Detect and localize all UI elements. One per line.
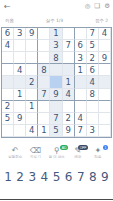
notes-button[interactable]: ✎메모OFF xyxy=(71,145,85,160)
info-bar: 쉬움 실수 1/3 점수 2 xyxy=(0,15,113,25)
numpad-key-4[interactable]: 4 xyxy=(41,171,49,183)
sudoku-cell[interactable]: 1 xyxy=(26,101,38,113)
sudoku-cell[interactable] xyxy=(2,64,14,76)
sudoku-cell[interactable]: 4 xyxy=(14,64,26,76)
sudoku-cell[interactable]: 2 xyxy=(63,113,75,125)
sudoku-cell[interactable]: 4 xyxy=(99,28,111,40)
sudoku-cell[interactable] xyxy=(75,76,87,88)
undo-icon: ↶ xyxy=(12,147,19,155)
sudoku-cell[interactable]: 7 xyxy=(75,125,87,137)
sudoku-cell[interactable]: 7 xyxy=(38,89,50,101)
sudoku-cell[interactable] xyxy=(63,64,75,76)
sudoku-cell[interactable] xyxy=(99,64,111,76)
sudoku-cell[interactable]: 7 xyxy=(87,28,99,40)
sudoku-cell[interactable] xyxy=(38,76,50,88)
sudoku-cell[interactable] xyxy=(26,52,38,64)
one-more-chance-icon: ⚲ xyxy=(54,147,60,155)
numpad-key-1[interactable]: 1 xyxy=(4,171,12,183)
one-more-chance-button[interactable]: ⚲원 더 찬스AD xyxy=(48,145,64,160)
sudoku-cell[interactable] xyxy=(99,89,111,101)
sudoku-cell[interactable] xyxy=(75,28,87,40)
top-bar: ← ◎ ❏ ⚙ xyxy=(0,0,113,13)
sudoku-cell[interactable] xyxy=(75,101,87,113)
sudoku-cell[interactable] xyxy=(50,64,62,76)
hint-label: 힌트 xyxy=(94,156,101,160)
undo-label: 실행취소 xyxy=(8,156,22,160)
sudoku-cell[interactable] xyxy=(14,52,26,64)
sudoku-cell[interactable] xyxy=(38,101,50,113)
sudoku-cell[interactable] xyxy=(26,89,38,101)
number-pad: 123456789 xyxy=(0,169,113,184)
hint-button[interactable]: ✦힌트1 xyxy=(91,145,105,160)
sudoku-cell[interactable]: 8 xyxy=(38,64,50,76)
selected-cell[interactable] xyxy=(50,76,62,88)
sudoku-cell[interactable] xyxy=(14,40,26,52)
sudoku-cell[interactable]: 2 xyxy=(26,76,38,88)
sudoku-cell[interactable] xyxy=(38,28,50,40)
sudoku-cell[interactable]: 7 xyxy=(63,40,75,52)
sudoku-cell[interactable] xyxy=(87,113,99,125)
erase-button[interactable]: ⌫지우기 xyxy=(28,145,42,160)
sudoku-cell[interactable]: 5 xyxy=(2,113,14,125)
sudoku-cell[interactable]: 9 xyxy=(14,113,26,125)
difficulty-label: 쉬움 xyxy=(5,18,14,23)
sudoku-cell[interactable] xyxy=(63,101,75,113)
edit-icon[interactable]: ❏ xyxy=(94,3,100,10)
sudoku-cell[interactable]: 3 xyxy=(50,40,62,52)
sudoku-cell[interactable] xyxy=(2,89,14,101)
erase-icon: ⌫ xyxy=(30,147,41,155)
sudoku-cell[interactable]: 6 xyxy=(87,64,99,76)
sudoku-cell[interactable]: 7 xyxy=(50,113,62,125)
notes-label: 메모 xyxy=(74,156,81,160)
sudoku-cell[interactable]: 5 xyxy=(50,125,62,137)
sudoku-cell[interactable]: 4 xyxy=(2,40,14,52)
sudoku-cell[interactable] xyxy=(63,28,75,40)
back-icon[interactable]: ← xyxy=(4,3,11,11)
sudoku-cell[interactable]: 9 xyxy=(26,28,38,40)
sudoku-cell[interactable]: 4 xyxy=(63,89,75,101)
sudoku-cell[interactable] xyxy=(26,40,38,52)
erase-label: 지우기 xyxy=(30,156,41,160)
toolbar: ↶실행취소⌫지우기⚲원 더 찬스AD✎메모OFF✦힌트1 xyxy=(0,145,113,165)
numpad-key-9[interactable]: 9 xyxy=(101,171,109,183)
sudoku-cell[interactable]: 3 xyxy=(75,52,87,64)
sudoku-cell[interactable]: 5 xyxy=(87,40,99,52)
screen-bottom-edge xyxy=(0,199,113,201)
sudoku-cell[interactable]: 9 xyxy=(50,89,62,101)
palette-icon[interactable]: ◎ xyxy=(85,3,91,10)
mistakes-label: 실수 1/3 xyxy=(46,18,63,23)
sudoku-cell[interactable]: 8 xyxy=(50,52,62,64)
sudoku-cell[interactable]: 3 xyxy=(14,28,26,40)
sudoku-cell[interactable] xyxy=(63,52,75,64)
sudoku-cell[interactable]: 6 xyxy=(2,28,14,40)
sudoku-cell[interactable] xyxy=(99,125,111,137)
sudoku-cell[interactable]: 2 xyxy=(2,101,14,113)
numpad-key-8[interactable]: 8 xyxy=(89,171,97,183)
sudoku-cell[interactable]: 4 xyxy=(75,113,87,125)
hint-icon: ✦ xyxy=(95,147,102,155)
numpad-key-3[interactable]: 3 xyxy=(28,171,36,183)
sudoku-cell[interactable]: 1 xyxy=(14,89,26,101)
sudoku-cell[interactable] xyxy=(14,125,26,137)
sudoku-cell[interactable]: 8 xyxy=(87,89,99,101)
notes-badge: OFF xyxy=(78,145,88,150)
sudoku-cell[interactable]: 9 xyxy=(99,52,111,64)
sudoku-cell[interactable] xyxy=(2,125,14,137)
sudoku-cell[interactable]: 6 xyxy=(75,40,87,52)
numpad-key-5[interactable]: 5 xyxy=(53,171,61,183)
sudoku-cell[interactable] xyxy=(99,40,111,52)
sudoku-cell[interactable] xyxy=(38,52,50,64)
score-label: 점수 2 xyxy=(95,18,108,23)
sudoku-cell[interactable] xyxy=(50,101,62,113)
sudoku-cell[interactable]: 1 xyxy=(50,28,62,40)
sudoku-cell[interactable]: 4 xyxy=(87,76,99,88)
sudoku-cell[interactable]: 1 xyxy=(75,64,87,76)
sudoku-cell[interactable] xyxy=(75,89,87,101)
top-bar-actions: ◎ ❏ ⚙ xyxy=(85,3,110,10)
sudoku-cell[interactable] xyxy=(99,101,111,113)
numpad-key-7[interactable]: 7 xyxy=(77,171,85,183)
sudoku-cell[interactable]: 9 xyxy=(63,125,75,137)
sudoku-cell[interactable]: 4 xyxy=(26,125,38,137)
sudoku-cell[interactable] xyxy=(2,52,14,64)
one-more-chance-badge: AD xyxy=(60,145,68,150)
sudoku-cell[interactable]: 2 xyxy=(87,52,99,64)
sudoku-cell[interactable]: 1 xyxy=(63,76,75,88)
settings-icon[interactable]: ⚙ xyxy=(104,3,110,10)
numpad-key-2[interactable]: 2 xyxy=(16,171,24,183)
numpad-key-6[interactable]: 6 xyxy=(65,171,73,183)
sudoku-cell[interactable] xyxy=(14,101,26,113)
sudoku-cell[interactable]: 1 xyxy=(38,125,50,137)
sudoku-cell[interactable] xyxy=(87,101,99,113)
sudoku-cell[interactable] xyxy=(38,113,50,125)
sudoku-cell[interactable] xyxy=(14,76,26,88)
hint-badge: 1 xyxy=(103,145,108,150)
sudoku-board: 6391744376583294816214179482159724415973 xyxy=(1,27,112,138)
sudoku-cell[interactable] xyxy=(99,113,111,125)
sudoku-cell[interactable]: 3 xyxy=(87,125,99,137)
sudoku-cell[interactable] xyxy=(2,76,14,88)
undo-button[interactable]: ↶실행취소 xyxy=(8,145,22,160)
one-more-chance-label: 원 더 찬스 xyxy=(48,156,64,160)
sudoku-cell[interactable] xyxy=(99,76,111,88)
sudoku-cell[interactable] xyxy=(26,64,38,76)
sudoku-cell[interactable] xyxy=(38,40,50,52)
sudoku-cell[interactable] xyxy=(26,113,38,125)
